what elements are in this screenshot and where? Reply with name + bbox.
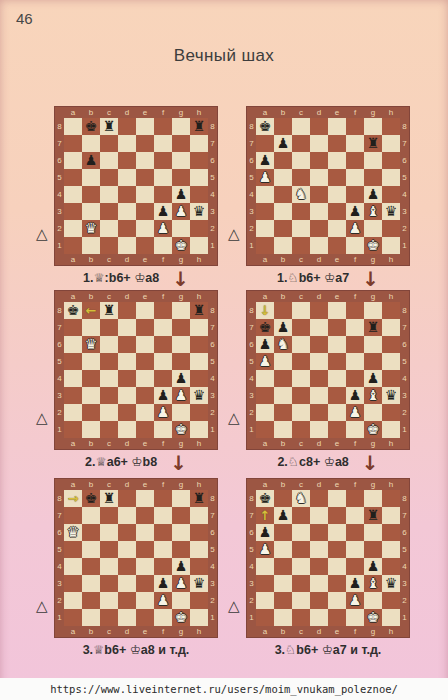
- file-label: e: [136, 291, 154, 302]
- rank-label: 3: [55, 387, 64, 404]
- rank-label: 6: [55, 524, 64, 541]
- file-labels: abcdefgh: [64, 254, 208, 265]
- chess-board: abcdefgh 87654321 ♚♟♜♟♞♟♟♟♝♛♟♚↓ 87654321…: [246, 290, 410, 450]
- board-square: [328, 203, 346, 220]
- file-label: b: [82, 626, 100, 637]
- file-label: f: [346, 107, 364, 118]
- file-label: c: [100, 626, 118, 637]
- board-square: [256, 421, 274, 438]
- chess-piece-white-b: ♝: [364, 387, 382, 404]
- chess-piece-white-p: ♟: [154, 404, 172, 421]
- board-square: [64, 575, 82, 592]
- side-to-move-triangle: △: [228, 409, 240, 427]
- board-square: [82, 592, 100, 609]
- rank-label: 1: [400, 609, 409, 626]
- board-square: [136, 575, 154, 592]
- file-label: h: [382, 107, 400, 118]
- board-square: [100, 186, 118, 203]
- board-square: [64, 387, 82, 404]
- file-label: g: [364, 626, 382, 637]
- board-square: [292, 336, 310, 353]
- board-square: [346, 541, 364, 558]
- rank-label: 6: [208, 524, 217, 541]
- rank-label: 2: [208, 220, 217, 237]
- board-square: ♟: [274, 135, 292, 152]
- chess-piece-black-p: ♟: [256, 152, 274, 169]
- file-label: e: [136, 107, 154, 118]
- board-square: [118, 336, 136, 353]
- board-square: [310, 507, 328, 524]
- board-square: [64, 336, 82, 353]
- board-square: [154, 169, 172, 186]
- board-square: [364, 169, 382, 186]
- rank-label: 8: [247, 118, 256, 135]
- rank-label: 3: [247, 575, 256, 592]
- board-square: [346, 609, 364, 626]
- board-square: ♛: [382, 387, 400, 404]
- board-square: [256, 302, 274, 319]
- board-square: [310, 118, 328, 135]
- file-label: a: [64, 107, 82, 118]
- file-labels: abcdefgh: [256, 479, 400, 490]
- chess-piece-white-p: ♟: [256, 169, 274, 186]
- board-square: [346, 237, 364, 254]
- file-label: g: [172, 626, 190, 637]
- rank-labels: 87654321: [55, 490, 64, 626]
- board-square: [346, 302, 364, 319]
- board-square: [154, 118, 172, 135]
- file-label: d: [310, 626, 328, 637]
- board-square: [190, 319, 208, 336]
- file-label: a: [256, 107, 274, 118]
- board-square: ♚: [256, 490, 274, 507]
- board-square: [172, 507, 190, 524]
- board-square: ♟: [154, 404, 172, 421]
- board-square: [310, 575, 328, 592]
- board-square: [328, 302, 346, 319]
- file-label: g: [364, 107, 382, 118]
- rank-label: 7: [400, 135, 409, 152]
- board-square: [274, 421, 292, 438]
- file-label: f: [154, 254, 172, 265]
- chess-piece-black-q: ♛: [382, 387, 400, 404]
- board-square: ♜: [100, 490, 118, 507]
- board-square: [118, 592, 136, 609]
- chess-piece-white-p: ♟: [346, 220, 364, 237]
- chess-piece-black-q: ♛: [382, 203, 400, 220]
- board-square: [346, 490, 364, 507]
- file-labels: abcdefgh: [64, 438, 208, 449]
- rank-label: 1: [400, 421, 409, 438]
- file-label: f: [346, 291, 364, 302]
- board-square: [328, 404, 346, 421]
- chess-board: abcdefgh 87654321 ♚♞♟♜♟♟♟♟♝♛♟♚↑ 87654321…: [246, 478, 410, 638]
- board-square: [382, 152, 400, 169]
- rank-label: 5: [55, 353, 64, 370]
- rank-label: 6: [208, 152, 217, 169]
- board-square: [172, 404, 190, 421]
- file-label: b: [82, 291, 100, 302]
- rank-label: 5: [400, 169, 409, 186]
- file-labels: abcdefgh: [256, 254, 400, 265]
- board-square: [136, 353, 154, 370]
- board-square: [118, 370, 136, 387]
- board-square: [274, 404, 292, 421]
- board-square: ♟: [256, 353, 274, 370]
- board-square: [118, 302, 136, 319]
- file-label: d: [118, 479, 136, 490]
- board-square: [274, 490, 292, 507]
- board-square: [274, 558, 292, 575]
- board-square: [328, 541, 346, 558]
- board-square: [136, 302, 154, 319]
- rank-labels: 87654321: [208, 302, 217, 438]
- board-square: ♟: [256, 152, 274, 169]
- board-square: [154, 524, 172, 541]
- board-square: [190, 592, 208, 609]
- board-square: ♜: [190, 490, 208, 507]
- board-square: [190, 237, 208, 254]
- rank-label: 2: [247, 404, 256, 421]
- board-square: [136, 387, 154, 404]
- rank-labels: 87654321: [247, 302, 256, 438]
- board-square: [274, 302, 292, 319]
- rank-label: 4: [400, 558, 409, 575]
- file-label: h: [190, 107, 208, 118]
- file-label: e: [136, 254, 154, 265]
- file-label: g: [172, 291, 190, 302]
- rank-label: 1: [55, 237, 64, 254]
- chess-piece-white-k: ♚: [364, 237, 382, 254]
- board-square: ♟: [154, 575, 172, 592]
- rank-label: 6: [247, 152, 256, 169]
- board-square: [310, 353, 328, 370]
- board-square: [328, 609, 346, 626]
- file-label: d: [118, 291, 136, 302]
- chess-piece-black-k: ♚: [256, 319, 274, 336]
- board-square: [118, 421, 136, 438]
- rank-label: 5: [247, 353, 256, 370]
- chess-piece-black-k: ♚: [256, 118, 274, 135]
- board-square: [256, 507, 274, 524]
- board-square: [82, 186, 100, 203]
- file-label: e: [328, 254, 346, 265]
- board-square: [382, 118, 400, 135]
- board-grid: ♚♟♜♟♟♞♟♟♝♛♟♚: [256, 118, 400, 254]
- board-square: [100, 220, 118, 237]
- rank-labels: 87654321: [400, 490, 409, 626]
- file-label: f: [346, 254, 364, 265]
- board-square: [136, 370, 154, 387]
- rank-label: 8: [400, 302, 409, 319]
- board-square: ♟: [346, 575, 364, 592]
- board-square: [346, 169, 364, 186]
- move-caption: 2.♘c8+ ♔a8: [277, 454, 348, 469]
- chess-piece-white-p: ♟: [154, 220, 172, 237]
- board-square: ♝: [364, 387, 382, 404]
- footer-watermark: https://www.liveinternet.ru/users/moim_v…: [0, 678, 448, 700]
- board-square: [346, 421, 364, 438]
- file-label: g: [172, 479, 190, 490]
- file-label: g: [364, 479, 382, 490]
- board-square: [310, 220, 328, 237]
- chess-piece-black-q: ♛: [190, 203, 208, 220]
- board-square: [82, 370, 100, 387]
- file-label: f: [346, 479, 364, 490]
- rank-label: 8: [208, 490, 217, 507]
- file-label: c: [292, 107, 310, 118]
- board-square: [292, 152, 310, 169]
- file-label: c: [292, 254, 310, 265]
- file-labels: abcdefgh: [256, 107, 400, 118]
- board-square: ♟: [274, 507, 292, 524]
- chess-piece-black-k: ♚: [82, 118, 100, 135]
- rank-label: 5: [55, 541, 64, 558]
- board-square: ♟: [154, 592, 172, 609]
- board-square: [256, 609, 274, 626]
- rank-label: 4: [55, 186, 64, 203]
- board-square: [256, 575, 274, 592]
- file-label: f: [346, 438, 364, 449]
- file-label: b: [274, 107, 292, 118]
- file-labels: abcdefgh: [64, 626, 208, 637]
- chess-piece-white-p: ♟: [346, 592, 364, 609]
- chess-piece-white-b: ♝: [364, 575, 382, 592]
- board-square: [154, 541, 172, 558]
- board-square: [118, 541, 136, 558]
- board-square: [154, 302, 172, 319]
- board-square: [382, 592, 400, 609]
- chess-piece-white-p: ♟: [346, 404, 364, 421]
- file-label: d: [118, 254, 136, 265]
- board-square: [64, 370, 82, 387]
- move-caption: 3.♕b6+ ♔a8 и т.д.: [83, 642, 190, 657]
- board-square: ♚: [172, 421, 190, 438]
- chess-piece-black-r: ♜: [100, 302, 118, 319]
- rank-label: 3: [400, 575, 409, 592]
- chess-piece-black-r: ♜: [364, 507, 382, 524]
- board-grid: ♚♜♜♛♟♟♟♛♟♚←: [64, 302, 208, 438]
- board-square: [82, 169, 100, 186]
- board-square: [328, 186, 346, 203]
- chess-piece-white-k: ♚: [172, 237, 190, 254]
- rank-label: 8: [247, 302, 256, 319]
- board-square: [82, 203, 100, 220]
- board-grid: ♚♜♜♟♟♟♟♛♛♟♚: [64, 118, 208, 254]
- board-square: [364, 152, 382, 169]
- board-square: [346, 336, 364, 353]
- board-square: [118, 118, 136, 135]
- chess-piece-black-p: ♟: [82, 152, 100, 169]
- board-square: [82, 135, 100, 152]
- file-label: b: [82, 254, 100, 265]
- page-number: 46: [16, 10, 33, 27]
- board-square: [190, 558, 208, 575]
- board-square: [136, 336, 154, 353]
- chess-piece-black-p: ♟: [172, 370, 190, 387]
- file-label: d: [310, 107, 328, 118]
- board-square: [274, 387, 292, 404]
- file-label: h: [382, 438, 400, 449]
- rank-label: 3: [247, 203, 256, 220]
- side-to-move-triangle: △: [36, 597, 48, 615]
- board-square: [136, 558, 154, 575]
- board-square: [100, 370, 118, 387]
- page-title: Вечный шах: [0, 46, 448, 66]
- board-square: [382, 370, 400, 387]
- chess-piece-black-p: ♟: [256, 336, 274, 353]
- board-square: ♚: [256, 319, 274, 336]
- board-square: ♟: [172, 575, 190, 592]
- board-square: [172, 353, 190, 370]
- board-square: [328, 575, 346, 592]
- chess-piece-black-p: ♟: [274, 319, 292, 336]
- file-labels: abcdefgh: [256, 626, 400, 637]
- board-square: [118, 186, 136, 203]
- board-square: [64, 220, 82, 237]
- board-square: [328, 421, 346, 438]
- board-square: [364, 592, 382, 609]
- board-square: [310, 169, 328, 186]
- rank-label: 2: [247, 220, 256, 237]
- board-square: ♜: [190, 302, 208, 319]
- board-square: ♟: [346, 387, 364, 404]
- board-square: [64, 507, 82, 524]
- rank-label: 5: [247, 169, 256, 186]
- board-square: [346, 558, 364, 575]
- board-square: ♟: [154, 220, 172, 237]
- rank-label: 3: [208, 387, 217, 404]
- board-square: [172, 118, 190, 135]
- board-square: [292, 302, 310, 319]
- book-page: 46 Вечный шах abcdefgh 87654321 ♚♜♜♟♟♟♟♛…: [0, 0, 448, 700]
- board-square: ♚: [64, 302, 82, 319]
- rank-labels: 87654321: [400, 118, 409, 254]
- board-square: ♟: [172, 558, 190, 575]
- rank-label: 7: [400, 319, 409, 336]
- board-square: [310, 186, 328, 203]
- chess-piece-black-p: ♟: [172, 558, 190, 575]
- rank-label: 2: [55, 220, 64, 237]
- file-label: d: [310, 438, 328, 449]
- file-label: c: [100, 254, 118, 265]
- file-label: a: [256, 291, 274, 302]
- board-square: [382, 186, 400, 203]
- board-square: [256, 592, 274, 609]
- board-square: [118, 404, 136, 421]
- board-square: [136, 490, 154, 507]
- rank-label: 5: [55, 169, 64, 186]
- board-square: [274, 541, 292, 558]
- file-label: f: [154, 626, 172, 637]
- file-label: a: [64, 291, 82, 302]
- chess-piece-black-r: ♜: [190, 118, 208, 135]
- board-square: [154, 490, 172, 507]
- file-labels: abcdefgh: [256, 291, 400, 302]
- continuation-arrow-icon: ↓: [362, 271, 379, 287]
- board-square: ♛: [382, 203, 400, 220]
- board-square: [328, 507, 346, 524]
- board-square: ♛: [190, 387, 208, 404]
- board-square: [100, 336, 118, 353]
- board-square: [346, 353, 364, 370]
- board-square: [64, 558, 82, 575]
- board-square: [346, 186, 364, 203]
- chess-piece-white-p: ♟: [154, 592, 172, 609]
- rank-label: 4: [208, 186, 217, 203]
- board-square: ♟: [364, 558, 382, 575]
- board-square: [64, 203, 82, 220]
- side-to-move-triangle: △: [36, 225, 48, 243]
- file-labels: abcdefgh: [64, 291, 208, 302]
- rank-label: 2: [208, 404, 217, 421]
- file-label: h: [382, 479, 400, 490]
- file-label: c: [292, 479, 310, 490]
- board-square: ♚: [172, 609, 190, 626]
- rank-label: 1: [247, 237, 256, 254]
- board-square: ♜: [364, 319, 382, 336]
- board-square: [382, 609, 400, 626]
- chess-piece-white-p: ♟: [256, 541, 274, 558]
- continuation-arrow-icon: ↓: [170, 455, 187, 471]
- board-square: [364, 541, 382, 558]
- chess-diagram-2: abcdefgh 87654321 ♚♟♜♟♟♞♟♟♝♛♟♚ 87654321 …: [246, 106, 410, 286]
- rank-label: 6: [400, 336, 409, 353]
- chess-piece-white-k: ♚: [364, 421, 382, 438]
- board-square: [274, 524, 292, 541]
- board-square: [64, 152, 82, 169]
- rank-label: 6: [55, 152, 64, 169]
- side-to-move-triangle: △: [228, 225, 240, 243]
- board-square: [274, 575, 292, 592]
- board-square: [154, 421, 172, 438]
- chess-piece-white-q: ♛: [82, 336, 100, 353]
- board-square: [292, 237, 310, 254]
- chess-diagram-5: abcdefgh 87654321 ♚♜♜♛♟♟♟♛♟♚→ 87654321 a…: [54, 478, 218, 657]
- rank-label: 5: [400, 541, 409, 558]
- rank-label: 4: [247, 186, 256, 203]
- file-label: e: [136, 479, 154, 490]
- board-square: [136, 203, 154, 220]
- chess-piece-black-r: ♜: [364, 135, 382, 152]
- board-square: [292, 507, 310, 524]
- board-square: [136, 118, 154, 135]
- chess-piece-black-p: ♟: [364, 558, 382, 575]
- board-square: [382, 490, 400, 507]
- rank-label: 3: [400, 203, 409, 220]
- rank-label: 7: [55, 319, 64, 336]
- board-square: [256, 370, 274, 387]
- board-square: ♟: [346, 592, 364, 609]
- board-square: [118, 203, 136, 220]
- board-square: [100, 135, 118, 152]
- board-square: [136, 220, 154, 237]
- file-label: g: [364, 291, 382, 302]
- rank-label: 1: [55, 609, 64, 626]
- rank-label: 2: [208, 592, 217, 609]
- rank-label: 6: [400, 152, 409, 169]
- board-square: [328, 387, 346, 404]
- board-square: [100, 237, 118, 254]
- board-square: ♚: [364, 421, 382, 438]
- board-square: [328, 152, 346, 169]
- rank-label: 5: [208, 169, 217, 186]
- board-square: [310, 319, 328, 336]
- rank-label: 6: [208, 336, 217, 353]
- rank-label: 6: [400, 524, 409, 541]
- board-square: [100, 541, 118, 558]
- board-square: [328, 169, 346, 186]
